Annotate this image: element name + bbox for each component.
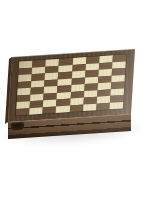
product-photo bbox=[0, 0, 150, 200]
square-a1 bbox=[16, 108, 30, 116]
square-g1 bbox=[96, 103, 110, 111]
drawer-notch-icon bbox=[11, 122, 24, 131]
square-c1 bbox=[43, 106, 57, 114]
square-d1 bbox=[56, 105, 70, 113]
chess-board-top bbox=[8, 49, 135, 122]
square-b1 bbox=[29, 107, 43, 115]
board-grid bbox=[15, 54, 127, 116]
square-e1 bbox=[69, 104, 83, 112]
square-f1 bbox=[83, 103, 97, 111]
square-h1 bbox=[109, 102, 123, 110]
